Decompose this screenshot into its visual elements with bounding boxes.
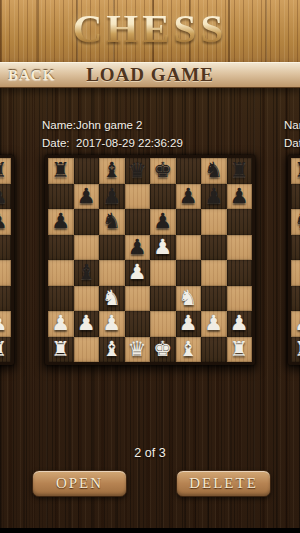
white-pawn-icon: ♟ (204, 311, 223, 337)
name-label: Name: (42, 119, 76, 131)
square-g4 (201, 260, 227, 286)
white-rook-icon: ♜ (230, 337, 249, 363)
black-king-icon: ♚ (153, 158, 172, 184)
black-pawn-icon: ♟ (153, 209, 172, 235)
date-label: Date: (42, 137, 76, 149)
square-f5 (176, 235, 202, 261)
prev-board-column: ♜♟♟♟♜ (0, 158, 11, 362)
square-next-r4 (291, 260, 300, 286)
square-d6 (125, 209, 151, 235)
square-e1: ♚ (150, 337, 176, 363)
square-prev-r3 (0, 286, 11, 312)
square-d3 (125, 286, 151, 312)
next-board-column: ♜♞♟♜ (291, 158, 300, 362)
page-title: LOAD GAME (0, 64, 300, 86)
black-pawn-icon: ♟ (77, 184, 96, 210)
bottom-black-bar (0, 528, 300, 533)
square-g5 (201, 235, 227, 261)
white-queen-icon: ♛ (128, 337, 147, 363)
square-b5 (74, 235, 100, 261)
square-prev-r1: ♜ (0, 337, 11, 363)
square-h3 (227, 286, 253, 312)
white-pawn-icon: ♟ (179, 311, 198, 337)
square-prev-r7: ♟ (0, 184, 11, 210)
square-b1 (74, 337, 100, 363)
square-next-r1: ♜ (291, 337, 300, 363)
square-c5 (99, 235, 125, 261)
black-queen-icon: ♛ (128, 158, 147, 184)
square-next-r7 (291, 184, 300, 210)
square-a1: ♜ (48, 337, 74, 363)
black-rook-icon: ♜ (51, 158, 70, 184)
square-h4 (227, 260, 253, 286)
square-prev-r2: ♟ (0, 311, 11, 337)
white-bishop-icon: ♝ (179, 337, 198, 363)
square-h7: ♟ (227, 184, 253, 210)
white-pawn-icon: ♟ (51, 311, 70, 337)
chess-board-card[interactable]: ♜♝♛♚♞♜♟♟♟♟♟♟♞♟♟♟♝♟♞♞♟♟♟♟♟♟♜♝♛♚♝♜ (45, 155, 255, 365)
square-a2: ♟ (48, 311, 74, 337)
square-e8: ♚ (150, 158, 176, 184)
navbar: BACK LOAD GAME (0, 62, 300, 88)
square-a8: ♜ (48, 158, 74, 184)
square-a7 (48, 184, 74, 210)
square-g3 (201, 286, 227, 312)
square-g1 (201, 337, 227, 363)
white-pawn-icon: ♟ (230, 311, 249, 337)
square-prev-r8: ♜ (0, 158, 11, 184)
black-pawn-icon: ♟ (179, 184, 198, 210)
square-e2 (150, 311, 176, 337)
square-b2: ♟ (74, 311, 100, 337)
square-a3 (48, 286, 74, 312)
black-pawn-icon: ♟ (204, 184, 223, 210)
black-pawn-icon: ♟ (0, 184, 8, 210)
saved-game-date-row: Date: 2017-08-29 22:36:29 (42, 137, 183, 149)
square-d2 (125, 311, 151, 337)
black-pawn-icon: ♟ (51, 209, 70, 235)
black-pawn-icon: ♟ (128, 235, 147, 261)
square-f6 (176, 209, 202, 235)
chess-board: ♜♝♛♚♞♜♟♟♟♟♟♟♞♟♟♟♝♟♞♞♟♟♟♟♟♟♜♝♛♚♝♜ (48, 158, 252, 362)
square-d1: ♛ (125, 337, 151, 363)
square-f4 (176, 260, 202, 286)
white-pawn-icon: ♟ (128, 260, 147, 286)
white-knight-icon: ♞ (102, 286, 121, 312)
square-next-r6: ♞ (291, 209, 300, 235)
square-h5 (227, 235, 253, 261)
square-b8 (74, 158, 100, 184)
square-c7: ♟ (99, 184, 125, 210)
next-card-board-sliver[interactable]: ♜♞♟♜ (288, 155, 300, 365)
title-wood-banner: CHESS (0, 0, 300, 62)
square-c2: ♟ (99, 311, 125, 337)
square-prev-r4 (0, 260, 11, 286)
square-a4 (48, 260, 74, 286)
square-a6: ♟ (48, 209, 74, 235)
square-f2: ♟ (176, 311, 202, 337)
square-next-r2: ♟ (291, 311, 300, 337)
square-f7: ♟ (176, 184, 202, 210)
black-knight-icon: ♞ (102, 209, 121, 235)
square-b4: ♝ (74, 260, 100, 286)
next-card-date-label: Dat (284, 137, 300, 149)
square-g6 (201, 209, 227, 235)
white-pawn-icon: ♟ (0, 311, 8, 337)
black-rook-icon: ♜ (230, 158, 249, 184)
saved-game-name-row: Name: John game 2 (42, 119, 143, 131)
black-bishop-icon: ♝ (102, 158, 121, 184)
black-rook-icon: ♜ (0, 158, 8, 184)
pagination-indicator: 2 of 3 (0, 446, 300, 460)
square-h2: ♟ (227, 311, 253, 337)
black-pawn-icon: ♟ (230, 184, 249, 210)
black-pawn-icon: ♟ (0, 209, 8, 235)
square-c6: ♞ (99, 209, 125, 235)
square-h8: ♜ (227, 158, 253, 184)
square-d8: ♛ (125, 158, 151, 184)
open-button[interactable]: OPEN (32, 470, 127, 497)
square-c1: ♝ (99, 337, 125, 363)
square-d4: ♟ (125, 260, 151, 286)
square-c8: ♝ (99, 158, 125, 184)
square-b3 (74, 286, 100, 312)
white-king-icon: ♚ (153, 337, 172, 363)
white-pawn-icon: ♟ (153, 235, 172, 261)
square-c4 (99, 260, 125, 286)
name-value: John game 2 (76, 119, 143, 131)
square-next-r8: ♜ (291, 158, 300, 184)
square-h1: ♜ (227, 337, 253, 363)
black-knight-icon: ♞ (204, 158, 223, 184)
square-f1: ♝ (176, 337, 202, 363)
black-pawn-icon: ♟ (102, 184, 121, 210)
date-value: 2017-08-29 22:36:29 (76, 137, 183, 149)
square-next-r5 (291, 235, 300, 261)
white-pawn-icon: ♟ (294, 311, 300, 337)
delete-button[interactable]: DELETE (176, 470, 271, 497)
square-a5 (48, 235, 74, 261)
square-e6: ♟ (150, 209, 176, 235)
square-b6 (74, 209, 100, 235)
square-b7: ♟ (74, 184, 100, 210)
load-game-screen: CHESS BACK LOAD GAME Name: John game 2 D… (0, 0, 300, 533)
prev-card-board-sliver[interactable]: ♜♟♟♟♜ (0, 155, 14, 365)
app-title: CHESS (0, 4, 300, 52)
white-knight-icon: ♞ (179, 286, 198, 312)
white-pawn-icon: ♟ (77, 311, 96, 337)
square-e5: ♟ (150, 235, 176, 261)
square-prev-r6: ♟ (0, 209, 11, 235)
white-rook-icon: ♜ (51, 337, 70, 363)
square-g7: ♟ (201, 184, 227, 210)
black-bishop-icon: ♝ (77, 260, 96, 286)
next-card-name-label: Nam (284, 119, 300, 131)
square-e3 (150, 286, 176, 312)
square-e7 (150, 184, 176, 210)
white-rook-icon: ♜ (0, 337, 8, 363)
white-rook-icon: ♜ (294, 337, 300, 363)
square-d5: ♟ (125, 235, 151, 261)
square-f8 (176, 158, 202, 184)
square-g8: ♞ (201, 158, 227, 184)
square-e4 (150, 260, 176, 286)
square-g2: ♟ (201, 311, 227, 337)
square-h6 (227, 209, 253, 235)
square-d7 (125, 184, 151, 210)
white-pawn-icon: ♟ (102, 311, 121, 337)
white-bishop-icon: ♝ (102, 337, 121, 363)
square-next-r3 (291, 286, 300, 312)
square-prev-r5 (0, 235, 11, 261)
square-f3: ♞ (176, 286, 202, 312)
square-c3: ♞ (99, 286, 125, 312)
black-rook-icon: ♜ (294, 158, 300, 184)
black-knight-icon: ♞ (294, 209, 300, 235)
